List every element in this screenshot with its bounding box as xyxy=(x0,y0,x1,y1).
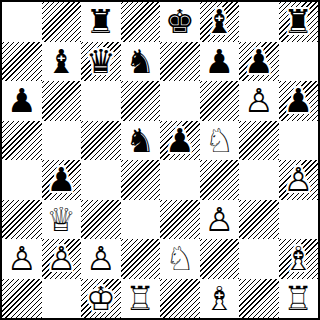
square-f7[interactable]: ♟♟ xyxy=(200,42,240,82)
square-a1[interactable] xyxy=(2,279,42,319)
white-pawn-g6: ♟♙ xyxy=(239,81,279,121)
square-b2[interactable]: ♟♙ xyxy=(42,239,82,279)
white-queen-b3: ♛♕ xyxy=(42,200,82,240)
square-g8[interactable] xyxy=(239,2,279,42)
square-d8[interactable] xyxy=(121,2,161,42)
white-knight-e2: ♞♘ xyxy=(160,239,200,279)
square-c1[interactable]: ♚♔ xyxy=(81,279,121,319)
white-pawn-f3: ♟♙ xyxy=(200,200,240,240)
square-h1[interactable]: ♜♖ xyxy=(279,279,319,319)
black-bishop-b7: ♝♝ xyxy=(42,42,82,82)
piece-glyph: ♟ xyxy=(200,42,240,82)
square-f3[interactable]: ♟♙ xyxy=(200,200,240,240)
square-g4[interactable] xyxy=(239,160,279,200)
square-g6[interactable]: ♟♙ xyxy=(239,81,279,121)
black-knight-d7: ♞♞ xyxy=(121,42,161,82)
square-e6[interactable] xyxy=(160,81,200,121)
square-h4[interactable]: ♟♙ xyxy=(279,160,319,200)
square-d6[interactable] xyxy=(121,81,161,121)
square-h6[interactable]: ♟♟ xyxy=(279,81,319,121)
white-pawn-c2: ♟♙ xyxy=(81,239,121,279)
square-b1[interactable] xyxy=(42,279,82,319)
white-pawn-h4: ♟♙ xyxy=(279,160,319,200)
square-b4[interactable]: ♟♟ xyxy=(42,160,82,200)
piece-glyph: ♖ xyxy=(279,279,319,319)
piece-glyph: ♖ xyxy=(121,279,161,319)
square-c8[interactable]: ♜♜ xyxy=(81,2,121,42)
square-f6[interactable] xyxy=(200,81,240,121)
white-rook-h1: ♜♖ xyxy=(279,279,319,319)
black-queen-c7: ♛♛ xyxy=(81,42,121,82)
piece-glyph: ♝ xyxy=(42,42,82,82)
square-e3[interactable] xyxy=(160,200,200,240)
square-g5[interactable] xyxy=(239,121,279,161)
piece-glyph: ♙ xyxy=(81,239,121,279)
square-c7[interactable]: ♛♛ xyxy=(81,42,121,82)
white-bishop-h2: ♝♗ xyxy=(279,239,319,279)
piece-glyph: ♙ xyxy=(279,160,319,200)
square-a8[interactable] xyxy=(2,2,42,42)
square-e5[interactable]: ♟♟ xyxy=(160,121,200,161)
white-bishop-f1: ♝♗ xyxy=(200,279,240,319)
square-a2[interactable]: ♟♙ xyxy=(2,239,42,279)
piece-glyph: ♝ xyxy=(200,2,240,42)
piece-glyph: ♙ xyxy=(239,81,279,121)
piece-glyph: ♟ xyxy=(279,81,319,121)
white-king-c1: ♚♔ xyxy=(81,279,121,319)
black-bishop-f8: ♝♝ xyxy=(200,2,240,42)
chess-board: ♜♜♚♚♝♝♜♜♝♝♛♛♞♞♟♟♟♟♟♟♟♙♟♟♞♞♟♟♞♘♟♟♟♙♛♕♟♙♟♙… xyxy=(0,0,320,320)
square-f4[interactable] xyxy=(200,160,240,200)
square-f8[interactable]: ♝♝ xyxy=(200,2,240,42)
square-f5[interactable]: ♞♘ xyxy=(200,121,240,161)
piece-glyph: ♙ xyxy=(42,239,82,279)
square-b5[interactable] xyxy=(42,121,82,161)
square-b8[interactable] xyxy=(42,2,82,42)
square-c4[interactable] xyxy=(81,160,121,200)
square-h2[interactable]: ♝♗ xyxy=(279,239,319,279)
square-h3[interactable] xyxy=(279,200,319,240)
black-rook-h8: ♜♜ xyxy=(279,2,319,42)
square-g3[interactable] xyxy=(239,200,279,240)
black-pawn-g7: ♟♟ xyxy=(239,42,279,82)
square-a4[interactable] xyxy=(2,160,42,200)
square-g7[interactable]: ♟♟ xyxy=(239,42,279,82)
square-c2[interactable]: ♟♙ xyxy=(81,239,121,279)
square-a7[interactable] xyxy=(2,42,42,82)
black-king-e8: ♚♚ xyxy=(160,2,200,42)
square-b7[interactable]: ♝♝ xyxy=(42,42,82,82)
square-e8[interactable]: ♚♚ xyxy=(160,2,200,42)
piece-glyph: ♙ xyxy=(200,200,240,240)
square-b3[interactable]: ♛♕ xyxy=(42,200,82,240)
piece-glyph: ♙ xyxy=(2,239,42,279)
piece-glyph: ♚ xyxy=(160,2,200,42)
piece-glyph: ♗ xyxy=(200,279,240,319)
square-c5[interactable] xyxy=(81,121,121,161)
piece-glyph: ♟ xyxy=(239,42,279,82)
square-a6[interactable]: ♟♟ xyxy=(2,81,42,121)
square-e7[interactable] xyxy=(160,42,200,82)
piece-glyph: ♜ xyxy=(81,2,121,42)
square-f2[interactable] xyxy=(200,239,240,279)
black-pawn-f7: ♟♟ xyxy=(200,42,240,82)
piece-glyph: ♛ xyxy=(81,42,121,82)
square-d3[interactable] xyxy=(121,200,161,240)
piece-glyph: ♞ xyxy=(121,42,161,82)
square-h7[interactable] xyxy=(279,42,319,82)
square-d2[interactable] xyxy=(121,239,161,279)
piece-glyph: ♜ xyxy=(279,2,319,42)
square-a5[interactable] xyxy=(2,121,42,161)
piece-glyph: ♟ xyxy=(42,160,82,200)
square-c6[interactable] xyxy=(81,81,121,121)
black-rook-c8: ♜♜ xyxy=(81,2,121,42)
black-knight-d5: ♞♞ xyxy=(121,121,161,161)
square-g2[interactable] xyxy=(239,239,279,279)
piece-glyph: ♟ xyxy=(160,121,200,161)
black-pawn-b4: ♟♟ xyxy=(42,160,82,200)
piece-glyph: ♔ xyxy=(81,279,121,319)
square-d5[interactable]: ♞♞ xyxy=(121,121,161,161)
piece-glyph: ♟ xyxy=(2,81,42,121)
piece-glyph: ♗ xyxy=(279,239,319,279)
white-rook-d1: ♜♖ xyxy=(121,279,161,319)
black-pawn-a6: ♟♟ xyxy=(2,81,42,121)
white-pawn-b2: ♟♙ xyxy=(42,239,82,279)
white-pawn-a2: ♟♙ xyxy=(2,239,42,279)
square-d7[interactable]: ♞♞ xyxy=(121,42,161,82)
square-e1[interactable] xyxy=(160,279,200,319)
square-a3[interactable] xyxy=(2,200,42,240)
piece-glyph: ♘ xyxy=(200,121,240,161)
piece-glyph: ♕ xyxy=(42,200,82,240)
square-h8[interactable]: ♜♜ xyxy=(279,2,319,42)
square-g1[interactable] xyxy=(239,279,279,319)
square-d4[interactable] xyxy=(121,160,161,200)
square-b6[interactable] xyxy=(42,81,82,121)
black-pawn-h6: ♟♟ xyxy=(279,81,319,121)
square-d1[interactable]: ♜♖ xyxy=(121,279,161,319)
piece-glyph: ♞ xyxy=(121,121,161,161)
white-knight-f5: ♞♘ xyxy=(200,121,240,161)
square-e2[interactable]: ♞♘ xyxy=(160,239,200,279)
square-e4[interactable] xyxy=(160,160,200,200)
square-c3[interactable] xyxy=(81,200,121,240)
square-f1[interactable]: ♝♗ xyxy=(200,279,240,319)
square-h5[interactable] xyxy=(279,121,319,161)
black-pawn-e5: ♟♟ xyxy=(160,121,200,161)
piece-glyph: ♘ xyxy=(160,239,200,279)
